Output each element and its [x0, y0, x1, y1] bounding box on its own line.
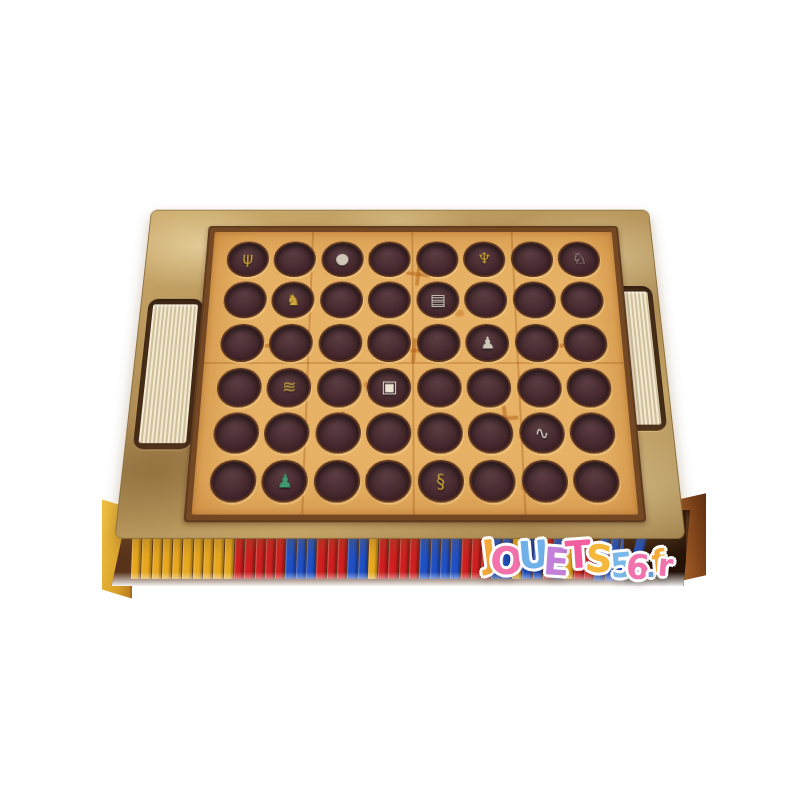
hole-r1c2[interactable] [273, 241, 317, 276]
board-cell [560, 321, 613, 365]
hole-r3c7[interactable] [514, 324, 560, 362]
hole-r3c8[interactable] [563, 324, 610, 362]
card-stack-left[interactable] [138, 304, 198, 443]
board-cell [517, 457, 572, 506]
hole-r2c2[interactable]: ♞ [271, 282, 316, 319]
hole-r6c1[interactable] [208, 460, 257, 503]
board-grid: ψ●♆♘♞▤♟≋▣∿♟§ [205, 239, 625, 506]
hole-r4c6[interactable] [466, 368, 512, 408]
board-cell: ♆ [460, 239, 509, 279]
hole-r4c3[interactable] [316, 368, 361, 408]
board-cell [364, 321, 414, 365]
treasure-silver-snake-outline: ∿ [534, 425, 550, 442]
hole-r2c1[interactable] [222, 282, 267, 319]
hole-r5c7[interactable]: ∿ [518, 413, 566, 454]
hole-r5c4[interactable] [366, 413, 412, 454]
board-cell [461, 279, 511, 321]
hole-r6c8[interactable] [572, 460, 622, 503]
hole-r5c2[interactable] [263, 413, 310, 454]
treasure-green-pharaoh-figurine: ♟ [276, 472, 293, 490]
board-cell [219, 279, 270, 321]
hole-r1c1[interactable]: ψ [225, 241, 269, 276]
hole-r4c8[interactable] [566, 368, 614, 408]
hole-r4c1[interactable] [215, 368, 262, 408]
hole-r3c1[interactable] [219, 324, 265, 362]
board-cell [265, 321, 316, 365]
board-cell [212, 365, 265, 410]
treasure-framed-mirror-tablet: ▣ [381, 379, 397, 396]
board-cell [466, 457, 520, 506]
hole-r6c2[interactable]: ♟ [261, 460, 309, 503]
hole-r6c5[interactable]: § [417, 460, 464, 503]
hole-r3c4[interactable] [367, 324, 411, 362]
hole-r3c3[interactable] [318, 324, 363, 362]
board-cell [513, 365, 566, 410]
board-cell [569, 457, 625, 506]
hole-r6c6[interactable] [469, 460, 517, 503]
hole-r2c6[interactable] [464, 282, 508, 319]
treasure-silver-treasure-chest: ▤ [430, 292, 446, 308]
hole-r5c1[interactable] [212, 413, 260, 454]
board-cell [316, 279, 365, 321]
board-cell: ● [318, 239, 366, 279]
board-cell [315, 321, 365, 365]
board-cell: ≋ [263, 365, 315, 410]
hole-r1c4[interactable] [368, 241, 410, 276]
gold-tray: ψ●♆♘♞▤♟≋▣∿♟§ [114, 210, 685, 539]
treasure-silver-hippo-figurine: ● [335, 251, 350, 266]
hole-r1c8[interactable]: ♘ [557, 241, 602, 276]
treasure-gold-cobra: § [436, 472, 445, 490]
board-cell [310, 457, 363, 506]
hole-r4c5[interactable] [417, 368, 462, 408]
hole-r2c4[interactable] [368, 282, 411, 319]
hole-r2c7[interactable] [512, 282, 557, 319]
hole-r3c5[interactable] [416, 324, 460, 362]
hole-r5c3[interactable] [315, 413, 361, 454]
hole-r4c2[interactable]: ≋ [266, 368, 312, 408]
hole-r6c7[interactable] [520, 460, 569, 503]
board-cell [509, 279, 560, 321]
hole-r2c3[interactable] [319, 282, 363, 319]
board-cell: ♘ [554, 239, 605, 279]
game-board: ψ●♆♘♞▤♟≋▣∿♟§ [192, 232, 639, 515]
board-cell: ♟ [257, 457, 311, 506]
hole-r2c5[interactable]: ▤ [416, 282, 459, 319]
board-cell [414, 365, 465, 410]
board-cell [414, 321, 464, 365]
board-cell [566, 410, 621, 457]
hole-r6c3[interactable] [313, 460, 360, 503]
board-cell [414, 410, 466, 457]
board-cell [366, 239, 414, 279]
board-cell [511, 321, 563, 365]
treasure-silver-rabbit-figurine: ♘ [571, 251, 587, 266]
product-photo: ψ●♆♘♞▤♟≋▣∿♟§ JOUETS56.fr [0, 0, 800, 800]
treasure-gold-scarab-outline: ≋ [282, 379, 297, 396]
hole-r3c6[interactable]: ♟ [465, 324, 510, 362]
hole-r3c2[interactable] [268, 324, 313, 362]
board-cell [209, 410, 263, 457]
hole-r5c8[interactable] [569, 413, 618, 454]
board-cell [312, 410, 364, 457]
board-cell [313, 365, 364, 410]
board-cell: ψ [222, 239, 272, 279]
treasure-silver-statue-figurine: ♟ [480, 335, 496, 351]
hole-r5c6[interactable] [468, 413, 515, 454]
hole-r1c6[interactable]: ♆ [463, 241, 506, 276]
board-cell [216, 321, 268, 365]
board-rim: ψ●♆♘♞▤♟≋▣∿♟§ [183, 226, 646, 522]
board-cell [270, 239, 319, 279]
board-cell: ▣ [364, 365, 414, 410]
hole-r1c3[interactable]: ● [321, 241, 364, 276]
board-cell [362, 457, 414, 506]
board-cell [260, 410, 313, 457]
board-cell [464, 365, 516, 410]
board-cell [205, 457, 260, 506]
board-cell: ♞ [268, 279, 318, 321]
watermark: JOUETS56.fr [482, 530, 670, 574]
board-cell [563, 365, 617, 410]
treasure-gold-lyre: ψ [242, 251, 254, 266]
board-cell: § [415, 457, 468, 506]
hole-r6c4[interactable] [365, 460, 412, 503]
board-cell [413, 239, 461, 279]
hole-r4c7[interactable] [516, 368, 563, 408]
treasure-gold-monkey-figurine: ♆ [477, 251, 492, 266]
treasure-gold-lion-figurine: ♞ [285, 292, 301, 308]
board-cell [557, 279, 608, 321]
board-cell: ▤ [414, 279, 463, 321]
hole-r1c5[interactable] [416, 241, 459, 276]
board-cell [507, 239, 557, 279]
hole-r2c8[interactable] [560, 282, 606, 319]
hole-r4c4[interactable]: ▣ [367, 368, 412, 408]
board-cell [365, 279, 414, 321]
board-cell: ∿ [515, 410, 569, 457]
hole-r5c5[interactable] [417, 413, 463, 454]
board-cell [363, 410, 414, 457]
board-cell [465, 410, 518, 457]
board-cell: ♟ [462, 321, 513, 365]
hole-r1c7[interactable] [510, 241, 554, 276]
